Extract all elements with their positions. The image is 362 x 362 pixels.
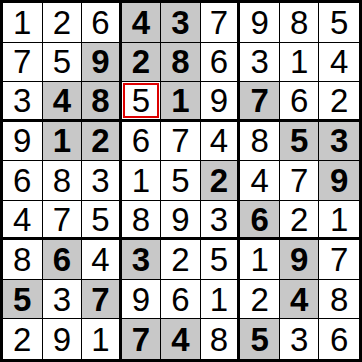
sudoku-cell-r7c9[interactable]: 7 xyxy=(319,240,359,280)
sudoku-cell-r5c7[interactable]: 4 xyxy=(240,161,280,201)
sudoku-cell-r6c2[interactable]: 7 xyxy=(43,201,83,241)
sudoku-cell-r1c4[interactable]: 4 xyxy=(122,3,162,43)
sudoku-cell-r8c5[interactable]: 6 xyxy=(161,280,201,320)
sudoku-cell-r8c6[interactable]: 1 xyxy=(201,280,241,320)
sudoku-cell-r2c5[interactable]: 8 xyxy=(161,43,201,83)
sudoku-cell-r1c2[interactable]: 2 xyxy=(43,3,83,43)
sudoku-cell-r4c3[interactable]: 2 xyxy=(82,122,122,162)
sudoku-cell-r2c8[interactable]: 1 xyxy=(280,43,320,83)
sudoku-cell-r3c6[interactable]: 9 xyxy=(201,82,241,122)
sudoku-cell-r2c2[interactable]: 5 xyxy=(43,43,83,83)
sudoku-cell-r7c6[interactable]: 5 xyxy=(201,240,241,280)
sudoku-cell-r4c9[interactable]: 3 xyxy=(319,122,359,162)
sudoku-cell-r9c3[interactable]: 1 xyxy=(82,319,122,359)
sudoku-cell-r7c8[interactable]: 9 xyxy=(280,240,320,280)
sudoku-cell-r6c6[interactable]: 3 xyxy=(201,201,241,241)
sudoku-cell-r1c9[interactable]: 5 xyxy=(319,3,359,43)
sudoku-cell-r9c1[interactable]: 2 xyxy=(3,319,43,359)
sudoku-cell-r9c7[interactable]: 5 xyxy=(240,319,280,359)
sudoku-cell-r2c1[interactable]: 7 xyxy=(3,43,43,83)
sudoku-cell-r6c5[interactable]: 9 xyxy=(161,201,201,241)
sudoku-cell-r7c3[interactable]: 4 xyxy=(82,240,122,280)
sudoku-cell-r8c1[interactable]: 5 xyxy=(3,280,43,320)
sudoku-cell-r1c3[interactable]: 6 xyxy=(82,3,122,43)
sudoku-cell-r6c9[interactable]: 1 xyxy=(319,201,359,241)
sudoku-cell-r4c6[interactable]: 4 xyxy=(201,122,241,162)
sudoku-cell-r7c2[interactable]: 6 xyxy=(43,240,83,280)
sudoku-cell-r9c6[interactable]: 8 xyxy=(201,319,241,359)
sudoku-cell-r7c1[interactable]: 8 xyxy=(3,240,43,280)
sudoku-cell-r4c7[interactable]: 8 xyxy=(240,122,280,162)
sudoku-cell-r7c4[interactable]: 3 xyxy=(122,240,162,280)
sudoku-cell-r2c7[interactable]: 3 xyxy=(240,43,280,83)
sudoku-cell-r3c2[interactable]: 4 xyxy=(43,82,83,122)
sudoku-cell-r7c7[interactable]: 1 xyxy=(240,240,280,280)
sudoku-cell-r5c9[interactable]: 9 xyxy=(319,161,359,201)
sudoku-board: 1264379857592863143485197629126748536831… xyxy=(0,0,362,362)
sudoku-cell-r1c5[interactable]: 3 xyxy=(161,3,201,43)
sudoku-cell-r4c5[interactable]: 7 xyxy=(161,122,201,162)
sudoku-cell-r3c1[interactable]: 3 xyxy=(3,82,43,122)
sudoku-cell-r2c3[interactable]: 9 xyxy=(82,43,122,83)
sudoku-cell-r1c7[interactable]: 9 xyxy=(240,3,280,43)
sudoku-cell-r8c4[interactable]: 9 xyxy=(122,280,162,320)
sudoku-cell-r3c5[interactable]: 1 xyxy=(161,82,201,122)
sudoku-cell-r3c4[interactable]: 5 xyxy=(122,82,162,122)
sudoku-cell-r2c4[interactable]: 2 xyxy=(122,43,162,83)
sudoku-cell-r5c1[interactable]: 6 xyxy=(3,161,43,201)
sudoku-cell-r8c3[interactable]: 7 xyxy=(82,280,122,320)
sudoku-cell-r9c5[interactable]: 4 xyxy=(161,319,201,359)
sudoku-cell-r8c8[interactable]: 4 xyxy=(280,280,320,320)
sudoku-cell-r9c9[interactable]: 6 xyxy=(319,319,359,359)
sudoku-cell-r5c8[interactable]: 7 xyxy=(280,161,320,201)
sudoku-cell-r8c7[interactable]: 2 xyxy=(240,280,280,320)
sudoku-cell-r5c4[interactable]: 1 xyxy=(122,161,162,201)
sudoku-cell-r5c5[interactable]: 5 xyxy=(161,161,201,201)
sudoku-cell-r6c8[interactable]: 2 xyxy=(280,201,320,241)
sudoku-cell-r4c1[interactable]: 9 xyxy=(3,122,43,162)
sudoku-cell-r1c6[interactable]: 7 xyxy=(201,3,241,43)
sudoku-cell-r4c2[interactable]: 1 xyxy=(43,122,83,162)
sudoku-cell-r9c4[interactable]: 7 xyxy=(122,319,162,359)
sudoku-cell-r4c8[interactable]: 5 xyxy=(280,122,320,162)
sudoku-cell-r5c2[interactable]: 8 xyxy=(43,161,83,201)
sudoku-cell-r6c1[interactable]: 4 xyxy=(3,201,43,241)
sudoku-cell-r7c5[interactable]: 2 xyxy=(161,240,201,280)
sudoku-cell-r6c4[interactable]: 8 xyxy=(122,201,162,241)
sudoku-cell-r3c3[interactable]: 8 xyxy=(82,82,122,122)
sudoku-cell-r5c3[interactable]: 3 xyxy=(82,161,122,201)
sudoku-cell-r3c7[interactable]: 7 xyxy=(240,82,280,122)
sudoku-cell-r2c9[interactable]: 4 xyxy=(319,43,359,83)
sudoku-cell-r2c6[interactable]: 6 xyxy=(201,43,241,83)
sudoku-cell-r9c8[interactable]: 3 xyxy=(280,319,320,359)
sudoku-cell-r3c9[interactable]: 2 xyxy=(319,82,359,122)
sudoku-cell-r1c8[interactable]: 8 xyxy=(280,3,320,43)
sudoku-cell-r8c2[interactable]: 3 xyxy=(43,280,83,320)
sudoku-cell-r8c9[interactable]: 8 xyxy=(319,280,359,320)
sudoku-cell-r1c1[interactable]: 1 xyxy=(3,3,43,43)
sudoku-cell-r6c7[interactable]: 6 xyxy=(240,201,280,241)
sudoku-cell-r9c2[interactable]: 9 xyxy=(43,319,83,359)
sudoku-cell-r4c4[interactable]: 6 xyxy=(122,122,162,162)
sudoku-cell-r3c8[interactable]: 6 xyxy=(280,82,320,122)
sudoku-cell-r6c3[interactable]: 5 xyxy=(82,201,122,241)
sudoku-cell-r5c6[interactable]: 2 xyxy=(201,161,241,201)
